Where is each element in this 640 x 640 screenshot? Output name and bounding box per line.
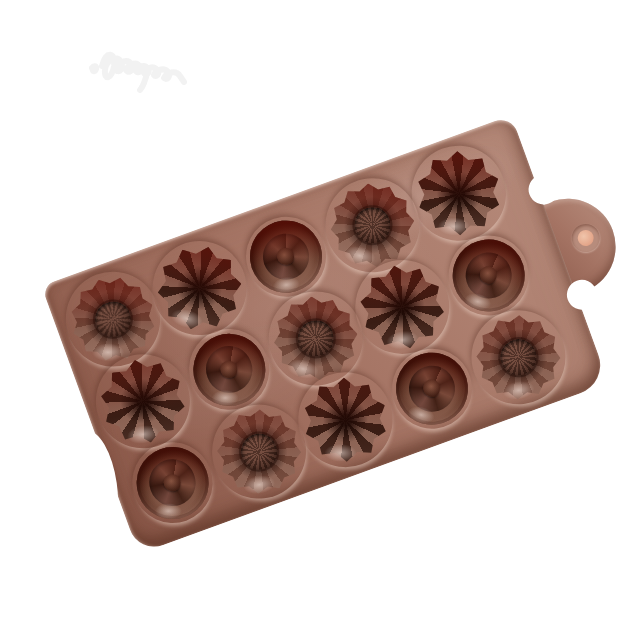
cavity-grid [41,115,608,554]
cavity-rose [449,235,528,314]
hole-center [575,228,596,249]
cavity-highlight [92,343,124,361]
cavity-highlight [324,444,356,462]
cavity-rose [392,349,471,428]
photo-background [0,0,640,640]
cavity-sunflower [269,292,361,384]
cavity-highlight [155,503,182,519]
mold-body [41,115,608,554]
faint-watermark [86,40,226,110]
cavity-highlight [211,390,238,406]
chocolate-mold [41,115,608,554]
cavity-chrysanthemum [153,241,245,333]
cavity-highlight [438,217,470,235]
